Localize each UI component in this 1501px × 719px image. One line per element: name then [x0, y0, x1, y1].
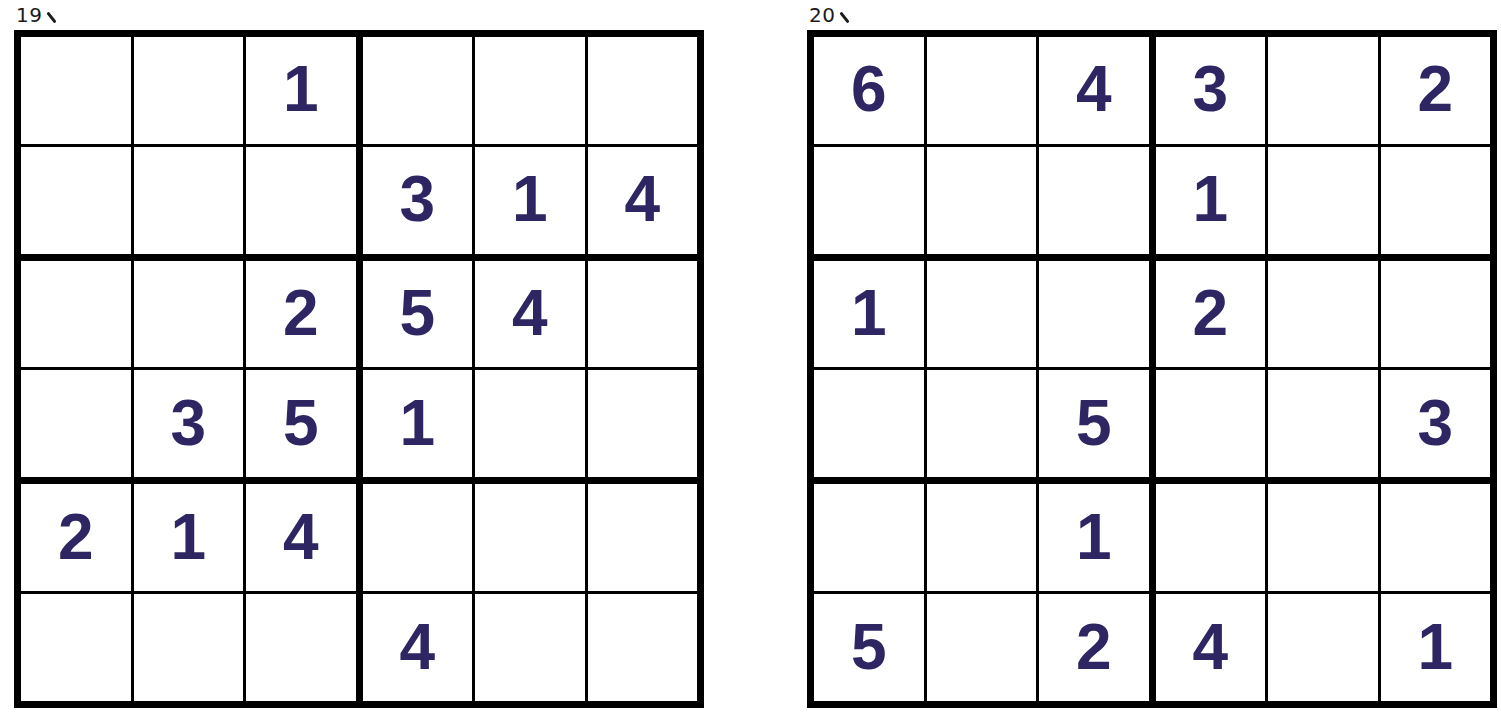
- sudoku-cell-r5c4: [1156, 484, 1266, 591]
- sudoku-cell-r6c3: [246, 594, 356, 701]
- sudoku-cell-r2c4: 3: [363, 147, 473, 254]
- sudoku-cell-r4c5: [1268, 370, 1378, 477]
- sudoku-cell-r5c5: [1268, 484, 1378, 591]
- sudoku-cell-r5c6: [588, 484, 698, 591]
- sudoku-cell-r3c5: [1268, 261, 1378, 368]
- sudoku-cell-r6c4: 4: [1156, 594, 1266, 701]
- sudoku-cell-r4c3: 5: [1039, 370, 1149, 477]
- sudoku-cell-r4c6: 3: [1381, 370, 1491, 477]
- sudoku-cell-r6c4: 4: [363, 594, 473, 701]
- sudoku-cell-r1c1: 6: [814, 37, 924, 144]
- sudoku-cell-r2c6: [1381, 147, 1491, 254]
- sudoku-cell-r2c1: [814, 147, 924, 254]
- sudoku-cell-r1c3: 1: [246, 37, 356, 144]
- sudoku-box: 541: [363, 261, 698, 478]
- sudoku-cell-r3c3: [1039, 261, 1149, 368]
- puzzle-20: 20 64321152315241: [807, 3, 1497, 708]
- sudoku-cell-r1c5: [475, 37, 585, 144]
- sudoku-cell-r4c2: [927, 370, 1037, 477]
- puzzle-19-label-number: 19: [16, 3, 42, 27]
- sudoku-box: 41: [1156, 484, 1491, 701]
- sudoku-cell-r1c6: 2: [1381, 37, 1491, 144]
- sudoku-cell-r4c6: [588, 370, 698, 477]
- sudoku-cell-r5c3: 1: [1039, 484, 1149, 591]
- sudoku-cell-r4c1: [21, 370, 131, 477]
- sudoku-cell-r3c6: [1381, 261, 1491, 368]
- sudoku-cell-r4c4: 1: [363, 370, 473, 477]
- sudoku-cell-r5c3: 4: [246, 484, 356, 591]
- sudoku-box: 4: [363, 484, 698, 701]
- sudoku-cell-r2c6: 4: [588, 147, 698, 254]
- sudoku-cell-r1c2: [927, 37, 1037, 144]
- sudoku-cell-r6c3: 2: [1039, 594, 1149, 701]
- sudoku-cell-r3c5: 4: [475, 261, 585, 368]
- sudoku-cell-r5c4: [363, 484, 473, 591]
- puzzle-19: 19 13142355412144: [14, 3, 704, 708]
- sudoku-cell-r3c2: [134, 261, 244, 368]
- sudoku-cell-r1c6: [588, 37, 698, 144]
- sudoku-cell-r6c6: [588, 594, 698, 701]
- sudoku-cell-r2c2: [927, 147, 1037, 254]
- sudoku-cell-r3c4: 2: [1156, 261, 1266, 368]
- ideographic-comma-icon: [47, 11, 57, 23]
- sudoku-box: 214: [21, 484, 356, 701]
- sudoku-cell-r2c5: [1268, 147, 1378, 254]
- sudoku-cell-r4c4: [1156, 370, 1266, 477]
- sudoku-cell-r6c2: [134, 594, 244, 701]
- sudoku-cell-r3c6: [588, 261, 698, 368]
- sudoku-cell-r4c3: 5: [246, 370, 356, 477]
- sudoku-cell-r1c4: 3: [1156, 37, 1266, 144]
- sudoku-cell-r1c4: [363, 37, 473, 144]
- sudoku-cell-r4c5: [475, 370, 585, 477]
- sudoku-cell-r5c5: [475, 484, 585, 591]
- sudoku-cell-r5c6: [1381, 484, 1491, 591]
- sudoku-box: 23: [1156, 261, 1491, 478]
- sudoku-cell-r3c3: 2: [246, 261, 356, 368]
- sudoku-grid-19: 13142355412144: [14, 30, 704, 708]
- sudoku-cell-r3c4: 5: [363, 261, 473, 368]
- sudoku-cell-r4c2: 3: [134, 370, 244, 477]
- sudoku-cell-r6c6: 1: [1381, 594, 1491, 701]
- sudoku-cell-r5c1: 2: [21, 484, 131, 591]
- sudoku-cell-r6c1: 5: [814, 594, 924, 701]
- sudoku-box: 64: [814, 37, 1149, 254]
- sudoku-cell-r1c2: [134, 37, 244, 144]
- sudoku-cell-r2c3: [246, 147, 356, 254]
- sudoku-box: 235: [21, 261, 356, 478]
- sudoku-box: 314: [363, 37, 698, 254]
- sudoku-cell-r6c5: [475, 594, 585, 701]
- sudoku-box: 1: [21, 37, 356, 254]
- sudoku-cell-r1c3: 4: [1039, 37, 1149, 144]
- sudoku-cell-r1c5: [1268, 37, 1378, 144]
- sudoku-grid-20: 64321152315241: [807, 30, 1497, 708]
- sudoku-cell-r5c2: 1: [134, 484, 244, 591]
- sudoku-cell-r2c5: 1: [475, 147, 585, 254]
- sudoku-cell-r2c2: [134, 147, 244, 254]
- sudoku-box: 15: [814, 261, 1149, 478]
- sudoku-cell-r3c2: [927, 261, 1037, 368]
- sudoku-box: 321: [1156, 37, 1491, 254]
- sudoku-box: 152: [814, 484, 1149, 701]
- sudoku-cell-r5c2: [927, 484, 1037, 591]
- puzzle-20-label: 20: [809, 3, 1497, 27]
- sudoku-cell-r6c1: [21, 594, 131, 701]
- puzzle-20-label-number: 20: [809, 3, 835, 27]
- sudoku-cell-r3c1: 1: [814, 261, 924, 368]
- sudoku-cell-r6c5: [1268, 594, 1378, 701]
- puzzle-19-label: 19: [16, 3, 704, 27]
- sudoku-cell-r2c3: [1039, 147, 1149, 254]
- sudoku-cell-r4c1: [814, 370, 924, 477]
- sudoku-cell-r3c1: [21, 261, 131, 368]
- ideographic-comma-icon: [840, 11, 850, 23]
- sudoku-cell-r2c1: [21, 147, 131, 254]
- sudoku-cell-r2c4: 1: [1156, 147, 1266, 254]
- sudoku-cell-r6c2: [927, 594, 1037, 701]
- sudoku-cell-r1c1: [21, 37, 131, 144]
- sudoku-cell-r5c1: [814, 484, 924, 591]
